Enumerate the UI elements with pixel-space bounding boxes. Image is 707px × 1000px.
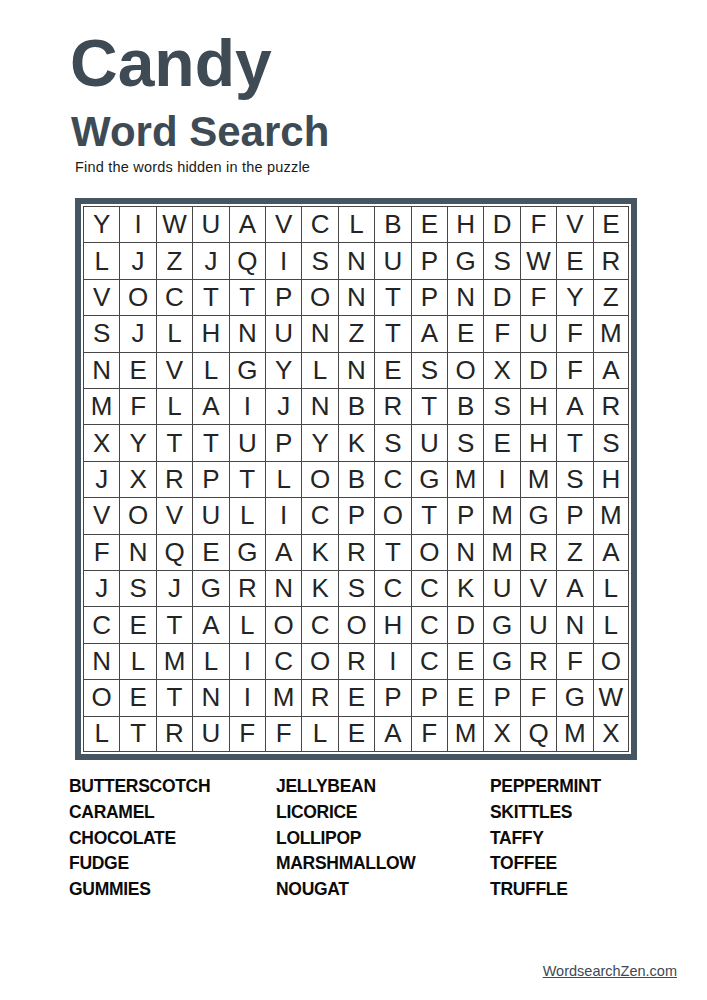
cell-r2c6[interactable]: I bbox=[265, 242, 301, 278]
word-item: PEPPERMINT bbox=[490, 774, 601, 800]
cell-r15c4[interactable]: U bbox=[192, 716, 228, 752]
cell-r10c13[interactable]: R bbox=[520, 534, 556, 570]
cell-r1c5[interactable]: A bbox=[229, 206, 265, 242]
cell-r9c6[interactable]: I bbox=[265, 497, 301, 533]
cell-r4c12[interactable]: F bbox=[483, 315, 519, 351]
cell-r14c13[interactable]: F bbox=[520, 679, 556, 715]
cell-r7c2[interactable]: Y bbox=[119, 424, 155, 460]
cell-r13c15[interactable]: O bbox=[593, 643, 629, 679]
cell-r7c4[interactable]: T bbox=[192, 424, 228, 460]
cell-r14c15[interactable]: W bbox=[593, 679, 629, 715]
cell-r11c5[interactable]: R bbox=[229, 570, 265, 606]
cell-r12c7[interactable]: C bbox=[301, 606, 337, 642]
cell-r7c13[interactable]: H bbox=[520, 424, 556, 460]
cell-r9c15[interactable]: M bbox=[593, 497, 629, 533]
cell-r11c4[interactable]: G bbox=[192, 570, 228, 606]
cell-r15c9[interactable]: A bbox=[374, 716, 410, 752]
cell-r3c6[interactable]: P bbox=[265, 279, 301, 315]
cell-r13c10[interactable]: C bbox=[411, 643, 447, 679]
cell-r13c7[interactable]: O bbox=[301, 643, 337, 679]
word-item: GUMMIES bbox=[69, 877, 210, 903]
cell-r6c7[interactable]: N bbox=[301, 388, 337, 424]
cell-r3c9[interactable]: T bbox=[374, 279, 410, 315]
cell-r5c15[interactable]: A bbox=[593, 352, 629, 388]
page-subtitle: Word Search bbox=[71, 111, 329, 153]
cell-r3c1[interactable]: V bbox=[83, 279, 119, 315]
cell-r13c4[interactable]: L bbox=[192, 643, 228, 679]
cell-r2c3[interactable]: Z bbox=[156, 242, 192, 278]
cell-r9c9[interactable]: O bbox=[374, 497, 410, 533]
cell-r7c7[interactable]: Y bbox=[301, 424, 337, 460]
cell-r4c13[interactable]: U bbox=[520, 315, 556, 351]
cell-r11c13[interactable]: V bbox=[520, 570, 556, 606]
cell-r5c11[interactable]: O bbox=[447, 352, 483, 388]
cell-r10c7[interactable]: K bbox=[301, 534, 337, 570]
cell-r12c2[interactable]: E bbox=[119, 606, 155, 642]
cell-r8c2[interactable]: X bbox=[119, 461, 155, 497]
cell-r10c1[interactable]: F bbox=[83, 534, 119, 570]
cell-r13c14[interactable]: F bbox=[556, 643, 592, 679]
cell-r1c13[interactable]: F bbox=[520, 206, 556, 242]
cell-r9c4[interactable]: U bbox=[192, 497, 228, 533]
cell-r1c6[interactable]: V bbox=[265, 206, 301, 242]
cell-r5c9[interactable]: E bbox=[374, 352, 410, 388]
cell-r13c12[interactable]: G bbox=[483, 643, 519, 679]
cell-r15c15[interactable]: X bbox=[593, 716, 629, 752]
cell-r9c14[interactable]: P bbox=[556, 497, 592, 533]
cell-r13c1[interactable]: N bbox=[83, 643, 119, 679]
cell-r14c14[interactable]: G bbox=[556, 679, 592, 715]
cell-r6c10[interactable]: T bbox=[411, 388, 447, 424]
cell-r13c6[interactable]: C bbox=[265, 643, 301, 679]
cell-r11c1[interactable]: J bbox=[83, 570, 119, 606]
cell-r8c3[interactable]: R bbox=[156, 461, 192, 497]
footer: WordsearchZen.com bbox=[543, 962, 677, 980]
cell-r12c10[interactable]: C bbox=[411, 606, 447, 642]
word-item: MARSHMALLOW bbox=[276, 851, 416, 877]
cell-r8c10[interactable]: G bbox=[411, 461, 447, 497]
cell-r4c5[interactable]: N bbox=[229, 315, 265, 351]
cell-r1c2[interactable]: I bbox=[119, 206, 155, 242]
cell-r8c15[interactable]: H bbox=[593, 461, 629, 497]
cell-r15c13[interactable]: Q bbox=[520, 716, 556, 752]
cell-r5c3[interactable]: V bbox=[156, 352, 192, 388]
cell-r5c7[interactable]: L bbox=[301, 352, 337, 388]
cell-r2c9[interactable]: U bbox=[374, 242, 410, 278]
cell-r15c10[interactable]: F bbox=[411, 716, 447, 752]
word-item: LOLLIPOP bbox=[276, 826, 416, 852]
cell-r14c1[interactable]: O bbox=[83, 679, 119, 715]
cell-r4c11[interactable]: E bbox=[447, 315, 483, 351]
cell-r5c4[interactable]: L bbox=[192, 352, 228, 388]
cell-r9c7[interactable]: C bbox=[301, 497, 337, 533]
cell-r12c13[interactable]: U bbox=[520, 606, 556, 642]
cell-r11c10[interactable]: C bbox=[411, 570, 447, 606]
cell-r11c9[interactable]: C bbox=[374, 570, 410, 606]
cell-r12c1[interactable]: C bbox=[83, 606, 119, 642]
cell-r6c4[interactable]: A bbox=[192, 388, 228, 424]
cell-r11c6[interactable]: N bbox=[265, 570, 301, 606]
cell-r1c15[interactable]: E bbox=[593, 206, 629, 242]
word-item: CARAMEL bbox=[69, 800, 210, 826]
cell-r6c14[interactable]: A bbox=[556, 388, 592, 424]
cell-r14c6[interactable]: M bbox=[265, 679, 301, 715]
cell-r11c15[interactable]: L bbox=[593, 570, 629, 606]
cell-r3c4[interactable]: T bbox=[192, 279, 228, 315]
cell-r6c2[interactable]: F bbox=[119, 388, 155, 424]
cell-r7c15[interactable]: S bbox=[593, 424, 629, 460]
cell-r4c9[interactable]: T bbox=[374, 315, 410, 351]
cell-r5c8[interactable]: N bbox=[338, 352, 374, 388]
cell-r15c5[interactable]: F bbox=[229, 716, 265, 752]
cell-r4c7[interactable]: N bbox=[301, 315, 337, 351]
instruction-text: Find the words hidden in the puzzle bbox=[75, 159, 310, 176]
cell-r3c7[interactable]: O bbox=[301, 279, 337, 315]
cell-r2c10[interactable]: P bbox=[411, 242, 447, 278]
cell-r10c15[interactable]: A bbox=[593, 534, 629, 570]
cell-r2c12[interactable]: S bbox=[483, 242, 519, 278]
cell-r13c13[interactable]: R bbox=[520, 643, 556, 679]
cell-r4c14[interactable]: F bbox=[556, 315, 592, 351]
cell-r1c10[interactable]: E bbox=[411, 206, 447, 242]
cell-r3c12[interactable]: D bbox=[483, 279, 519, 315]
cell-r4c4[interactable]: H bbox=[192, 315, 228, 351]
cell-r6c3[interactable]: L bbox=[156, 388, 192, 424]
cell-r4c2[interactable]: J bbox=[119, 315, 155, 351]
cell-r7c11[interactable]: S bbox=[447, 424, 483, 460]
cell-r14c10[interactable]: P bbox=[411, 679, 447, 715]
cell-r6c8[interactable]: B bbox=[338, 388, 374, 424]
word-list-col2: JELLYBEANLICORICELOLLIPOPMARSHMALLOWNOUG… bbox=[276, 774, 416, 903]
cell-r9c5[interactable]: L bbox=[229, 497, 265, 533]
cell-r14c5[interactable]: I bbox=[229, 679, 265, 715]
cell-r8c12[interactable]: I bbox=[483, 461, 519, 497]
cell-r1c3[interactable]: W bbox=[156, 206, 192, 242]
cell-r8c8[interactable]: B bbox=[338, 461, 374, 497]
cell-r11c14[interactable]: A bbox=[556, 570, 592, 606]
word-item: SKITTLES bbox=[490, 800, 601, 826]
cell-r4c1[interactable]: S bbox=[83, 315, 119, 351]
cell-r11c12[interactable]: U bbox=[483, 570, 519, 606]
letter-grid: YIWUAVCLBEHDFVELJZJQISNUPGSWERVOCTTPONTP… bbox=[75, 198, 637, 760]
word-item: JELLYBEAN bbox=[276, 774, 416, 800]
cell-r15c8[interactable]: E bbox=[338, 716, 374, 752]
cell-r13c5[interactable]: I bbox=[229, 643, 265, 679]
cell-r12c9[interactable]: H bbox=[374, 606, 410, 642]
cell-r14c7[interactable]: R bbox=[301, 679, 337, 715]
page-title: Candy bbox=[70, 30, 272, 96]
cell-r9c13[interactable]: G bbox=[520, 497, 556, 533]
cell-r10c10[interactable]: O bbox=[411, 534, 447, 570]
word-item: NOUGAT bbox=[276, 877, 416, 903]
cell-r15c11[interactable]: M bbox=[447, 716, 483, 752]
cell-r11c8[interactable]: S bbox=[338, 570, 374, 606]
word-list: BUTTERSCOTCHCARAMELCHOCOLATEFUDGEGUMMIES… bbox=[0, 774, 707, 909]
cell-r5c5[interactable]: G bbox=[229, 352, 265, 388]
cell-r1c9[interactable]: B bbox=[374, 206, 410, 242]
cell-r1c11[interactable]: H bbox=[447, 206, 483, 242]
cell-r2c11[interactable]: G bbox=[447, 242, 483, 278]
cell-r14c12[interactable]: P bbox=[483, 679, 519, 715]
word-item: TRUFFLE bbox=[490, 877, 601, 903]
cell-r6c12[interactable]: S bbox=[483, 388, 519, 424]
cell-r5c14[interactable]: F bbox=[556, 352, 592, 388]
cell-r6c6[interactable]: J bbox=[265, 388, 301, 424]
cell-r10c3[interactable]: Q bbox=[156, 534, 192, 570]
cell-r2c5[interactable]: Q bbox=[229, 242, 265, 278]
cell-r8c14[interactable]: S bbox=[556, 461, 592, 497]
word-item: BUTTERSCOTCH bbox=[69, 774, 210, 800]
cell-r9c12[interactable]: M bbox=[483, 497, 519, 533]
cell-r4c6[interactable]: U bbox=[265, 315, 301, 351]
cell-r8c11[interactable]: M bbox=[447, 461, 483, 497]
cell-r10c12[interactable]: M bbox=[483, 534, 519, 570]
cell-r12c8[interactable]: O bbox=[338, 606, 374, 642]
cell-r7c8[interactable]: K bbox=[338, 424, 374, 460]
cell-r8c9[interactable]: C bbox=[374, 461, 410, 497]
word-item: TAFFY bbox=[490, 826, 601, 852]
cell-r4c10[interactable]: A bbox=[411, 315, 447, 351]
cell-r3c13[interactable]: F bbox=[520, 279, 556, 315]
cell-r12c5[interactable]: L bbox=[229, 606, 265, 642]
cell-r12c4[interactable]: A bbox=[192, 606, 228, 642]
cell-r8c13[interactable]: M bbox=[520, 461, 556, 497]
cell-r13c11[interactable]: E bbox=[447, 643, 483, 679]
cell-r14c11[interactable]: E bbox=[447, 679, 483, 715]
cell-r10c4[interactable]: E bbox=[192, 534, 228, 570]
cell-r3c3[interactable]: C bbox=[156, 279, 192, 315]
cell-r8c4[interactable]: P bbox=[192, 461, 228, 497]
cell-r12c6[interactable]: O bbox=[265, 606, 301, 642]
cell-r7c10[interactable]: U bbox=[411, 424, 447, 460]
cell-r9c2[interactable]: O bbox=[119, 497, 155, 533]
cell-r9c10[interactable]: T bbox=[411, 497, 447, 533]
cell-r8c5[interactable]: T bbox=[229, 461, 265, 497]
cell-r1c12[interactable]: D bbox=[483, 206, 519, 242]
cell-r5c10[interactable]: S bbox=[411, 352, 447, 388]
cell-r12c11[interactable]: D bbox=[447, 606, 483, 642]
cell-r5c2[interactable]: E bbox=[119, 352, 155, 388]
word-list-col3: PEPPERMINTSKITTLESTAFFYTOFFEETRUFFLE bbox=[490, 774, 601, 903]
cell-r7c6[interactable]: P bbox=[265, 424, 301, 460]
cell-r7c1[interactable]: X bbox=[83, 424, 119, 460]
cell-r15c6[interactable]: F bbox=[265, 716, 301, 752]
cell-r9c8[interactable]: P bbox=[338, 497, 374, 533]
cell-r3c2[interactable]: O bbox=[119, 279, 155, 315]
cell-r7c14[interactable]: T bbox=[556, 424, 592, 460]
cell-r14c3[interactable]: T bbox=[156, 679, 192, 715]
cell-r10c5[interactable]: G bbox=[229, 534, 265, 570]
cell-r13c2[interactable]: L bbox=[119, 643, 155, 679]
cell-r12c12[interactable]: G bbox=[483, 606, 519, 642]
cell-r8c6[interactable]: L bbox=[265, 461, 301, 497]
cell-r6c11[interactable]: B bbox=[447, 388, 483, 424]
cell-r11c3[interactable]: J bbox=[156, 570, 192, 606]
cell-r10c9[interactable]: T bbox=[374, 534, 410, 570]
cell-r13c9[interactable]: I bbox=[374, 643, 410, 679]
cell-r11c11[interactable]: K bbox=[447, 570, 483, 606]
cell-r1c4[interactable]: U bbox=[192, 206, 228, 242]
cell-r5c1[interactable]: N bbox=[83, 352, 119, 388]
cell-r14c8[interactable]: E bbox=[338, 679, 374, 715]
cell-r3c8[interactable]: N bbox=[338, 279, 374, 315]
cell-r15c2[interactable]: T bbox=[119, 716, 155, 752]
cell-r4c3[interactable]: L bbox=[156, 315, 192, 351]
word-item: FUDGE bbox=[69, 851, 210, 877]
cell-r2c8[interactable]: N bbox=[338, 242, 374, 278]
cell-r4c15[interactable]: M bbox=[593, 315, 629, 351]
cell-r2c1[interactable]: L bbox=[83, 242, 119, 278]
cell-r5c12[interactable]: X bbox=[483, 352, 519, 388]
cell-r9c11[interactable]: P bbox=[447, 497, 483, 533]
cell-r12c15[interactable]: L bbox=[593, 606, 629, 642]
cell-r10c14[interactable]: Z bbox=[556, 534, 592, 570]
cell-r3c10[interactable]: P bbox=[411, 279, 447, 315]
cell-r14c9[interactable]: P bbox=[374, 679, 410, 715]
cell-r3c14[interactable]: Y bbox=[556, 279, 592, 315]
cell-r15c7[interactable]: L bbox=[301, 716, 337, 752]
cell-r7c12[interactable]: E bbox=[483, 424, 519, 460]
cell-r12c14[interactable]: N bbox=[556, 606, 592, 642]
cell-r11c2[interactable]: S bbox=[119, 570, 155, 606]
cell-r6c5[interactable]: I bbox=[229, 388, 265, 424]
word-item: TOFFEE bbox=[490, 851, 601, 877]
cell-r2c14[interactable]: E bbox=[556, 242, 592, 278]
cell-r7c3[interactable]: T bbox=[156, 424, 192, 460]
cell-r3c11[interactable]: N bbox=[447, 279, 483, 315]
cell-r15c14[interactable]: M bbox=[556, 716, 592, 752]
cell-r10c2[interactable]: N bbox=[119, 534, 155, 570]
cell-r6c1[interactable]: M bbox=[83, 388, 119, 424]
cell-r14c4[interactable]: N bbox=[192, 679, 228, 715]
cell-r7c5[interactable]: U bbox=[229, 424, 265, 460]
cell-r11c7[interactable]: K bbox=[301, 570, 337, 606]
cell-r10c11[interactable]: N bbox=[447, 534, 483, 570]
cell-r6c13[interactable]: H bbox=[520, 388, 556, 424]
word-list-col1: BUTTERSCOTCHCARAMELCHOCOLATEFUDGEGUMMIES bbox=[69, 774, 210, 903]
cell-r6c15[interactable]: R bbox=[593, 388, 629, 424]
cell-r6c9[interactable]: R bbox=[374, 388, 410, 424]
cell-r2c15[interactable]: R bbox=[593, 242, 629, 278]
cell-r13c3[interactable]: M bbox=[156, 643, 192, 679]
cell-r1c14[interactable]: V bbox=[556, 206, 592, 242]
cell-r13c8[interactable]: R bbox=[338, 643, 374, 679]
cell-r9c3[interactable]: V bbox=[156, 497, 192, 533]
cell-r5c6[interactable]: Y bbox=[265, 352, 301, 388]
site-link[interactable]: WordsearchZen.com bbox=[543, 963, 677, 979]
cell-r10c6[interactable]: A bbox=[265, 534, 301, 570]
cell-r15c12[interactable]: X bbox=[483, 716, 519, 752]
cell-r1c1[interactable]: Y bbox=[83, 206, 119, 242]
word-item: LICORICE bbox=[276, 800, 416, 826]
cell-r12c3[interactable]: T bbox=[156, 606, 192, 642]
cell-r1c8[interactable]: L bbox=[338, 206, 374, 242]
cell-r9c1[interactable]: V bbox=[83, 497, 119, 533]
cell-r8c7[interactable]: O bbox=[301, 461, 337, 497]
cell-r15c3[interactable]: R bbox=[156, 716, 192, 752]
cell-r14c2[interactable]: E bbox=[119, 679, 155, 715]
cell-r8c1[interactable]: J bbox=[83, 461, 119, 497]
cell-r3c15[interactable]: Z bbox=[593, 279, 629, 315]
cell-r15c1[interactable]: L bbox=[83, 716, 119, 752]
cell-r2c7[interactable]: S bbox=[301, 242, 337, 278]
cell-r2c13[interactable]: W bbox=[520, 242, 556, 278]
word-item: CHOCOLATE bbox=[69, 826, 210, 852]
cell-r2c2[interactable]: J bbox=[119, 242, 155, 278]
cell-r3c5[interactable]: T bbox=[229, 279, 265, 315]
cell-r7c9[interactable]: S bbox=[374, 424, 410, 460]
cell-r1c7[interactable]: C bbox=[301, 206, 337, 242]
cell-r4c8[interactable]: Z bbox=[338, 315, 374, 351]
cell-r5c13[interactable]: D bbox=[520, 352, 556, 388]
cell-r10c8[interactable]: R bbox=[338, 534, 374, 570]
cell-r2c4[interactable]: J bbox=[192, 242, 228, 278]
